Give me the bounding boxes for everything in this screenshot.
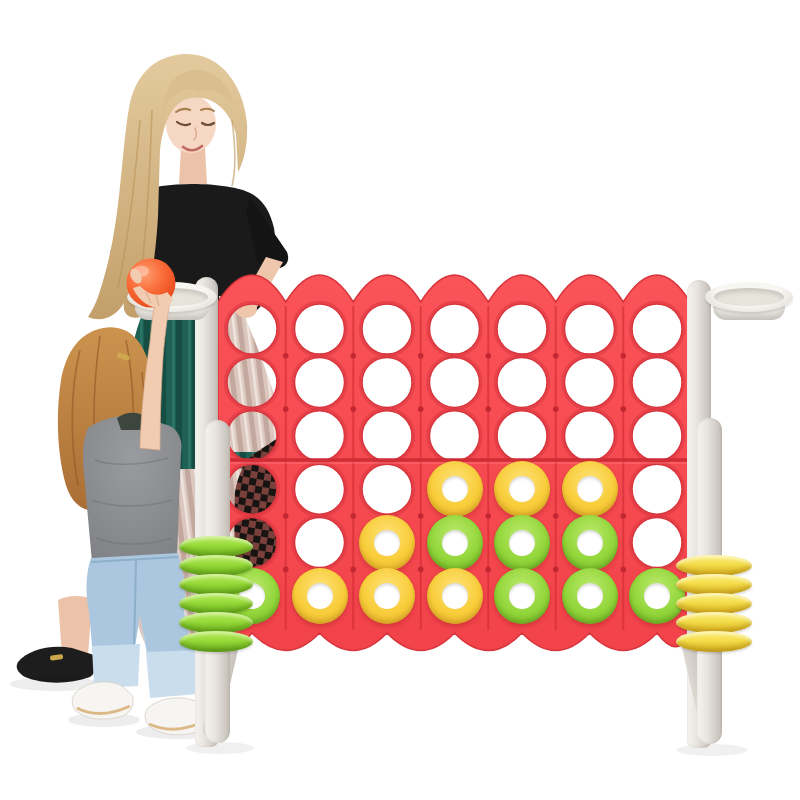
product-photo-scene (0, 0, 800, 800)
foreground-layer (0, 0, 800, 800)
child-raised-arm (140, 293, 171, 450)
